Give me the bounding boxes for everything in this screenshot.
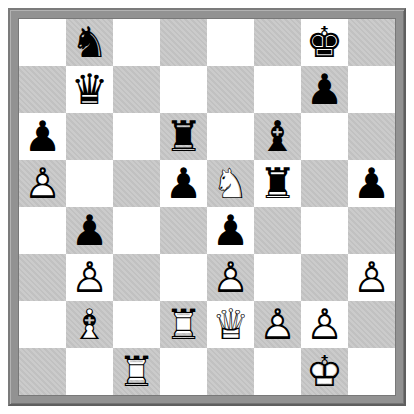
- square-b5[interactable]: [66, 160, 113, 207]
- square-g1[interactable]: ♚♔: [301, 348, 348, 395]
- black-pawn-glyph: ♟: [301, 66, 348, 113]
- white-pawn-fill: ♟: [19, 160, 66, 207]
- square-e8[interactable]: [207, 19, 254, 66]
- black-pawn-glyph: ♟: [160, 160, 207, 207]
- black-pawn-glyph: ♟: [207, 207, 254, 254]
- square-d8[interactable]: [160, 19, 207, 66]
- black-pawn-icon: ♟: [207, 207, 254, 254]
- square-c2[interactable]: [113, 301, 160, 348]
- white-rook-fill: ♜: [160, 301, 207, 348]
- square-f4[interactable]: [254, 207, 301, 254]
- square-d3[interactable]: [160, 254, 207, 301]
- square-c6[interactable]: [113, 113, 160, 160]
- square-h8[interactable]: [348, 19, 395, 66]
- black-knight-glyph: ♞: [66, 19, 113, 66]
- black-king-glyph: ♚: [301, 19, 348, 66]
- square-b7[interactable]: ♛: [66, 66, 113, 113]
- white-pawn-icon: ♟♙: [19, 160, 66, 207]
- square-h4[interactable]: [348, 207, 395, 254]
- white-pawn-fill: ♟: [66, 254, 113, 301]
- square-c5[interactable]: [113, 160, 160, 207]
- square-f7[interactable]: [254, 66, 301, 113]
- white-knight-fill: ♞: [207, 160, 254, 207]
- square-f8[interactable]: [254, 19, 301, 66]
- white-rook-icon: ♜♖: [160, 301, 207, 348]
- white-pawn-glyph: ♙: [66, 254, 113, 301]
- page-background: ♞♚♛♟♟♜♝♟♙♟♞♘♜♟♟♟♟♙♟♙♟♙♝♗♜♖♛♕♟♙♟♙♜♖♚♔: [0, 0, 414, 414]
- square-f5[interactable]: ♜: [254, 160, 301, 207]
- square-b2[interactable]: ♝♗: [66, 301, 113, 348]
- square-b8[interactable]: ♞: [66, 19, 113, 66]
- white-pawn-fill: ♟: [207, 254, 254, 301]
- board-frame: ♞♚♛♟♟♜♝♟♙♟♞♘♜♟♟♟♟♙♟♙♟♙♝♗♜♖♛♕♟♙♟♙♜♖♚♔: [8, 8, 406, 406]
- square-d4[interactable]: [160, 207, 207, 254]
- white-pawn-icon: ♟♙: [254, 301, 301, 348]
- square-e2[interactable]: ♛♕: [207, 301, 254, 348]
- white-rook-icon: ♜♖: [113, 348, 160, 395]
- square-a2[interactable]: [19, 301, 66, 348]
- square-f3[interactable]: [254, 254, 301, 301]
- white-pawn-glyph: ♙: [19, 160, 66, 207]
- chess-board: ♞♚♛♟♟♜♝♟♙♟♞♘♜♟♟♟♟♙♟♙♟♙♝♗♜♖♛♕♟♙♟♙♜♖♚♔: [18, 18, 396, 396]
- white-bishop-glyph: ♗: [66, 301, 113, 348]
- white-knight-icon: ♞♘: [207, 160, 254, 207]
- white-pawn-icon: ♟♙: [207, 254, 254, 301]
- black-pawn-glyph: ♟: [66, 207, 113, 254]
- square-b6[interactable]: [66, 113, 113, 160]
- white-pawn-glyph: ♙: [348, 254, 395, 301]
- black-pawn-glyph: ♟: [348, 160, 395, 207]
- square-a3[interactable]: [19, 254, 66, 301]
- black-queen-glyph: ♛: [66, 66, 113, 113]
- white-rook-glyph: ♖: [113, 348, 160, 395]
- white-king-icon: ♚♔: [301, 348, 348, 395]
- square-c3[interactable]: [113, 254, 160, 301]
- white-pawn-icon: ♟♙: [66, 254, 113, 301]
- white-king-glyph: ♔: [301, 348, 348, 395]
- square-g2[interactable]: ♟♙: [301, 301, 348, 348]
- black-pawn-icon: ♟: [160, 160, 207, 207]
- square-d1[interactable]: [160, 348, 207, 395]
- square-c1[interactable]: ♜♖: [113, 348, 160, 395]
- square-e4[interactable]: ♟: [207, 207, 254, 254]
- square-h1[interactable]: [348, 348, 395, 395]
- square-h3[interactable]: ♟♙: [348, 254, 395, 301]
- square-b1[interactable]: [66, 348, 113, 395]
- square-f6[interactable]: ♝: [254, 113, 301, 160]
- square-e3[interactable]: ♟♙: [207, 254, 254, 301]
- square-h7[interactable]: [348, 66, 395, 113]
- white-pawn-icon: ♟♙: [348, 254, 395, 301]
- white-king-fill: ♚: [301, 348, 348, 395]
- white-queen-icon: ♛♕: [207, 301, 254, 348]
- white-queen-glyph: ♕: [207, 301, 254, 348]
- square-c8[interactable]: [113, 19, 160, 66]
- white-pawn-fill: ♟: [301, 301, 348, 348]
- black-rook-glyph: ♜: [160, 113, 207, 160]
- white-rook-fill: ♜: [113, 348, 160, 395]
- white-pawn-glyph: ♙: [301, 301, 348, 348]
- square-a5[interactable]: ♟♙: [19, 160, 66, 207]
- square-a8[interactable]: [19, 19, 66, 66]
- white-pawn-glyph: ♙: [254, 301, 301, 348]
- square-g8[interactable]: ♚: [301, 19, 348, 66]
- white-pawn-icon: ♟♙: [301, 301, 348, 348]
- square-c4[interactable]: [113, 207, 160, 254]
- square-a7[interactable]: [19, 66, 66, 113]
- black-pawn-icon: ♟: [66, 207, 113, 254]
- white-pawn-glyph: ♙: [207, 254, 254, 301]
- square-d7[interactable]: [160, 66, 207, 113]
- square-f2[interactable]: ♟♙: [254, 301, 301, 348]
- square-h6[interactable]: [348, 113, 395, 160]
- black-queen-icon: ♛: [66, 66, 113, 113]
- square-h2[interactable]: [348, 301, 395, 348]
- white-bishop-icon: ♝♗: [66, 301, 113, 348]
- square-e7[interactable]: [207, 66, 254, 113]
- square-d2[interactable]: ♜♖: [160, 301, 207, 348]
- black-pawn-glyph: ♟: [19, 113, 66, 160]
- square-g6[interactable]: [301, 113, 348, 160]
- square-g7[interactable]: ♟: [301, 66, 348, 113]
- black-rook-glyph: ♜: [254, 160, 301, 207]
- white-knight-glyph: ♘: [207, 160, 254, 207]
- square-a4[interactable]: [19, 207, 66, 254]
- square-h5[interactable]: ♟: [348, 160, 395, 207]
- square-e1[interactable]: [207, 348, 254, 395]
- square-g4[interactable]: [301, 207, 348, 254]
- square-d6[interactable]: ♜: [160, 113, 207, 160]
- black-bishop-glyph: ♝: [254, 113, 301, 160]
- white-queen-fill: ♛: [207, 301, 254, 348]
- square-d5[interactable]: ♟: [160, 160, 207, 207]
- white-rook-glyph: ♖: [160, 301, 207, 348]
- white-pawn-fill: ♟: [254, 301, 301, 348]
- white-pawn-fill: ♟: [348, 254, 395, 301]
- square-b4[interactable]: ♟: [66, 207, 113, 254]
- square-e5[interactable]: ♞♘: [207, 160, 254, 207]
- black-rook-icon: ♜: [160, 113, 207, 160]
- square-g3[interactable]: [301, 254, 348, 301]
- square-c7[interactable]: [113, 66, 160, 113]
- black-pawn-icon: ♟: [301, 66, 348, 113]
- square-a1[interactable]: [19, 348, 66, 395]
- square-e6[interactable]: [207, 113, 254, 160]
- black-bishop-icon: ♝: [254, 113, 301, 160]
- black-pawn-icon: ♟: [348, 160, 395, 207]
- square-g5[interactable]: [301, 160, 348, 207]
- black-knight-icon: ♞: [66, 19, 113, 66]
- black-rook-icon: ♜: [254, 160, 301, 207]
- square-f1[interactable]: [254, 348, 301, 395]
- black-pawn-icon: ♟: [19, 113, 66, 160]
- black-king-icon: ♚: [301, 19, 348, 66]
- square-b3[interactable]: ♟♙: [66, 254, 113, 301]
- square-a6[interactable]: ♟: [19, 113, 66, 160]
- white-bishop-fill: ♝: [66, 301, 113, 348]
